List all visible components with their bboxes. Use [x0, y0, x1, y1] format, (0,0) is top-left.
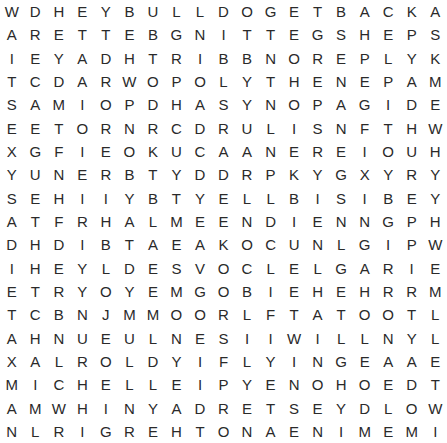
grid-cell-r16c12[interactable]: Y — [259, 350, 283, 373]
grid-cell-r7c3[interactable]: F — [47, 140, 71, 163]
grid-cell-r8c9[interactable]: D — [188, 163, 212, 186]
grid-cell-r6c16[interactable]: F — [353, 117, 377, 140]
grid-cell-r16c8[interactable]: Y — [165, 350, 189, 373]
grid-cell-r18c15[interactable]: Y — [329, 396, 353, 419]
grid-cell-r1c4[interactable]: E — [71, 0, 95, 23]
grid-cell-r17c5[interactable]: E — [94, 373, 118, 396]
grid-cell-r9c6[interactable]: Y — [118, 187, 142, 210]
grid-cell-r4c10[interactable]: L — [212, 70, 236, 93]
grid-cell-r4c14[interactable]: E — [306, 70, 330, 93]
grid-cell-r15c16[interactable]: L — [353, 326, 377, 349]
grid-cell-r19c3[interactable]: R — [47, 420, 71, 443]
grid-cell-r12c4[interactable]: Y — [71, 256, 95, 279]
grid-cell-r13c12[interactable]: I — [259, 280, 283, 303]
grid-cell-r5c11[interactable]: Y — [235, 93, 259, 116]
grid-cell-r14c12[interactable]: F — [259, 303, 283, 326]
grid-cell-r18c7[interactable]: Y — [141, 396, 165, 419]
grid-cell-r7c14[interactable]: R — [306, 140, 330, 163]
grid-cell-r17c1[interactable]: M — [0, 373, 24, 396]
grid-cell-r13c16[interactable]: H — [353, 280, 377, 303]
grid-cell-r1c1[interactable]: W — [0, 0, 24, 23]
grid-cell-r19c15[interactable]: I — [329, 420, 353, 443]
grid-cell-r8c14[interactable]: Y — [306, 163, 330, 186]
grid-cell-r9c4[interactable]: I — [71, 187, 95, 210]
grid-cell-r19c14[interactable]: N — [306, 420, 330, 443]
grid-cell-r1c15[interactable]: B — [329, 0, 353, 23]
grid-cell-r16c1[interactable]: X — [0, 350, 24, 373]
grid-cell-r13c14[interactable]: H — [306, 280, 330, 303]
grid-cell-r16c11[interactable]: L — [235, 350, 259, 373]
grid-cell-r2c7[interactable]: B — [141, 23, 165, 46]
grid-cell-r8c16[interactable]: X — [353, 163, 377, 186]
grid-cell-r5c1[interactable]: S — [0, 93, 24, 116]
grid-cell-r11c1[interactable]: D — [0, 233, 24, 256]
grid-cell-r9c14[interactable]: I — [306, 187, 330, 210]
grid-cell-r10c5[interactable]: H — [94, 210, 118, 233]
grid-cell-r5c6[interactable]: P — [118, 93, 142, 116]
grid-cell-r7c4[interactable]: I — [71, 140, 95, 163]
grid-cell-r3c6[interactable]: H — [118, 47, 142, 70]
grid-cell-r5c9[interactable]: A — [188, 93, 212, 116]
grid-cell-r8c6[interactable]: B — [118, 163, 142, 186]
grid-cell-r7c10[interactable]: A — [212, 140, 236, 163]
grid-cell-r2c18[interactable]: P — [400, 23, 424, 46]
grid-cell-r18c11[interactable]: E — [235, 396, 259, 419]
grid-cell-r1c3[interactable]: H — [47, 0, 71, 23]
grid-cell-r19c13[interactable]: E — [282, 420, 306, 443]
grid-cell-r11c14[interactable]: N — [306, 233, 330, 256]
grid-cell-r2c13[interactable]: E — [282, 23, 306, 46]
grid-cell-r6c9[interactable]: D — [188, 117, 212, 140]
grid-cell-r8c8[interactable]: Y — [165, 163, 189, 186]
grid-cell-r13c17[interactable]: R — [376, 280, 400, 303]
grid-cell-r10c17[interactable]: G — [376, 210, 400, 233]
grid-cell-r8c13[interactable]: K — [282, 163, 306, 186]
grid-cell-r14c2[interactable]: C — [24, 303, 48, 326]
grid-cell-r3c13[interactable]: O — [282, 47, 306, 70]
grid-cell-r4c9[interactable]: O — [188, 70, 212, 93]
grid-cell-r18c6[interactable]: N — [118, 396, 142, 419]
grid-cell-r9c7[interactable]: B — [141, 187, 165, 210]
grid-cell-r18c12[interactable]: T — [259, 396, 283, 419]
grid-cell-r12c9[interactable]: V — [188, 256, 212, 279]
grid-cell-r3c11[interactable]: B — [235, 47, 259, 70]
grid-cell-r11c5[interactable]: B — [94, 233, 118, 256]
grid-cell-r13c9[interactable]: G — [188, 280, 212, 303]
grid-cell-r6c10[interactable]: R — [212, 117, 236, 140]
grid-cell-r11c4[interactable]: I — [71, 233, 95, 256]
grid-cell-r11c18[interactable]: P — [400, 233, 424, 256]
grid-cell-r16c9[interactable]: I — [188, 350, 212, 373]
grid-cell-r19c16[interactable]: M — [353, 420, 377, 443]
grid-cell-r7c1[interactable]: X — [0, 140, 24, 163]
grid-cell-r8c19[interactable]: Y — [423, 163, 447, 186]
grid-cell-r18c16[interactable]: D — [353, 396, 377, 419]
grid-cell-r1c19[interactable]: A — [423, 0, 447, 23]
grid-cell-r14c5[interactable]: J — [94, 303, 118, 326]
grid-cell-r10c7[interactable]: L — [141, 210, 165, 233]
grid-cell-r7c19[interactable]: H — [423, 140, 447, 163]
grid-cell-r13c15[interactable]: E — [329, 280, 353, 303]
grid-cell-r3c12[interactable]: N — [259, 47, 283, 70]
grid-cell-r4c16[interactable]: E — [353, 70, 377, 93]
grid-cell-r1c13[interactable]: E — [282, 0, 306, 23]
grid-cell-r10c8[interactable]: M — [165, 210, 189, 233]
grid-cell-r14c16[interactable]: O — [353, 303, 377, 326]
grid-cell-r10c15[interactable]: N — [329, 210, 353, 233]
grid-cell-r17c7[interactable]: L — [141, 373, 165, 396]
grid-cell-r18c17[interactable]: L — [376, 396, 400, 419]
grid-cell-r10c3[interactable]: F — [47, 210, 71, 233]
grid-cell-r9c15[interactable]: S — [329, 187, 353, 210]
grid-cell-r9c10[interactable]: E — [212, 187, 236, 210]
grid-cell-r13c13[interactable]: E — [282, 280, 306, 303]
grid-cell-r17c15[interactable]: H — [329, 373, 353, 396]
grid-cell-r17c19[interactable]: T — [423, 373, 447, 396]
grid-cell-r15c7[interactable]: L — [141, 326, 165, 349]
grid-cell-r12c13[interactable]: E — [282, 256, 306, 279]
grid-cell-r17c17[interactable]: E — [376, 373, 400, 396]
grid-cell-r4c4[interactable]: A — [71, 70, 95, 93]
grid-cell-r12c16[interactable]: A — [353, 256, 377, 279]
grid-cell-r8c10[interactable]: D — [212, 163, 236, 186]
grid-cell-r12c12[interactable]: L — [259, 256, 283, 279]
grid-cell-r19c8[interactable]: H — [165, 420, 189, 443]
grid-cell-r17c14[interactable]: O — [306, 373, 330, 396]
grid-cell-r7c12[interactable]: N — [259, 140, 283, 163]
grid-cell-r15c12[interactable]: I — [259, 326, 283, 349]
grid-cell-r15c6[interactable]: U — [118, 326, 142, 349]
grid-cell-r2c2[interactable]: R — [24, 23, 48, 46]
grid-cell-r5c17[interactable]: I — [376, 93, 400, 116]
grid-cell-r18c2[interactable]: M — [24, 396, 48, 419]
grid-cell-r16c19[interactable]: E — [423, 350, 447, 373]
grid-cell-r4c13[interactable]: H — [282, 70, 306, 93]
grid-cell-r13c19[interactable]: M — [423, 280, 447, 303]
grid-cell-r2c16[interactable]: H — [353, 23, 377, 46]
grid-cell-r15c3[interactable]: N — [47, 326, 71, 349]
grid-cell-r9c11[interactable]: L — [235, 187, 259, 210]
grid-cell-r8c12[interactable]: P — [259, 163, 283, 186]
grid-cell-r2c3[interactable]: E — [47, 23, 71, 46]
grid-cell-r1c16[interactable]: A — [353, 0, 377, 23]
grid-cell-r7c8[interactable]: U — [165, 140, 189, 163]
grid-cell-r11c13[interactable]: U — [282, 233, 306, 256]
grid-cell-r6c7[interactable]: R — [141, 117, 165, 140]
grid-cell-r10c14[interactable]: E — [306, 210, 330, 233]
grid-cell-r8c1[interactable]: Y — [0, 163, 24, 186]
grid-cell-r3c15[interactable]: E — [329, 47, 353, 70]
grid-cell-r13c2[interactable]: T — [24, 280, 48, 303]
grid-cell-r8c15[interactable]: G — [329, 163, 353, 186]
grid-cell-r17c2[interactable]: I — [24, 373, 48, 396]
grid-cell-r3c4[interactable]: A — [71, 47, 95, 70]
grid-cell-r3c5[interactable]: D — [94, 47, 118, 70]
grid-cell-r11c16[interactable]: G — [353, 233, 377, 256]
grid-cell-r7c11[interactable]: A — [235, 140, 259, 163]
grid-cell-r5c14[interactable]: P — [306, 93, 330, 116]
grid-cell-r12c17[interactable]: R — [376, 256, 400, 279]
grid-cell-r17c8[interactable]: E — [165, 373, 189, 396]
grid-cell-r11c2[interactable]: H — [24, 233, 48, 256]
grid-cell-r1c8[interactable]: L — [165, 0, 189, 23]
grid-cell-r1c11[interactable]: O — [235, 0, 259, 23]
grid-cell-r11c11[interactable]: O — [235, 233, 259, 256]
grid-cell-r15c14[interactable]: I — [306, 326, 330, 349]
grid-cell-r14c13[interactable]: T — [282, 303, 306, 326]
grid-cell-r17c11[interactable]: Y — [235, 373, 259, 396]
grid-cell-r6c14[interactable]: S — [306, 117, 330, 140]
grid-cell-r9c2[interactable]: E — [24, 187, 48, 210]
grid-cell-r6c1[interactable]: E — [0, 117, 24, 140]
grid-cell-r1c7[interactable]: U — [141, 0, 165, 23]
grid-cell-r1c14[interactable]: T — [306, 0, 330, 23]
grid-cell-r6c17[interactable]: T — [376, 117, 400, 140]
grid-cell-r19c1[interactable]: N — [0, 420, 24, 443]
grid-cell-r13c5[interactable]: O — [94, 280, 118, 303]
grid-cell-r10c6[interactable]: A — [118, 210, 142, 233]
grid-cell-r15c5[interactable]: E — [94, 326, 118, 349]
grid-cell-r4c8[interactable]: P — [165, 70, 189, 93]
grid-cell-r18c19[interactable]: W — [423, 396, 447, 419]
grid-cell-r2c8[interactable]: G — [165, 23, 189, 46]
grid-cell-r9c3[interactable]: H — [47, 187, 71, 210]
grid-cell-r7c16[interactable]: I — [353, 140, 377, 163]
grid-cell-r12c2[interactable]: H — [24, 256, 48, 279]
grid-cell-r14c3[interactable]: B — [47, 303, 71, 326]
grid-cell-r16c17[interactable]: A — [376, 350, 400, 373]
grid-cell-r15c18[interactable]: Y — [400, 326, 424, 349]
grid-cell-r5c4[interactable]: I — [71, 93, 95, 116]
grid-cell-r15c1[interactable]: A — [0, 326, 24, 349]
grid-cell-r11c10[interactable]: K — [212, 233, 236, 256]
grid-cell-r5c8[interactable]: H — [165, 93, 189, 116]
grid-cell-r16c14[interactable]: N — [306, 350, 330, 373]
grid-cell-r9c17[interactable]: B — [376, 187, 400, 210]
grid-cell-r7c6[interactable]: O — [118, 140, 142, 163]
grid-cell-r13c18[interactable]: R — [400, 280, 424, 303]
grid-cell-r15c8[interactable]: N — [165, 326, 189, 349]
grid-cell-r3c7[interactable]: T — [141, 47, 165, 70]
grid-cell-r6c3[interactable]: T — [47, 117, 71, 140]
grid-cell-r2c12[interactable]: T — [259, 23, 283, 46]
grid-cell-r7c17[interactable]: O — [376, 140, 400, 163]
grid-cell-r10c18[interactable]: P — [400, 210, 424, 233]
grid-cell-r6c13[interactable]: I — [282, 117, 306, 140]
grid-cell-r4c15[interactable]: N — [329, 70, 353, 93]
grid-cell-r9c8[interactable]: T — [165, 187, 189, 210]
grid-cell-r10c16[interactable]: N — [353, 210, 377, 233]
grid-cell-r4c1[interactable]: T — [0, 70, 24, 93]
grid-cell-r13c1[interactable]: E — [0, 280, 24, 303]
grid-cell-r3c10[interactable]: B — [212, 47, 236, 70]
grid-cell-r3c2[interactable]: E — [24, 47, 48, 70]
grid-cell-r12c18[interactable]: I — [400, 256, 424, 279]
grid-cell-r18c5[interactable]: I — [94, 396, 118, 419]
grid-cell-r9c12[interactable]: L — [259, 187, 283, 210]
grid-cell-r12c6[interactable]: D — [118, 256, 142, 279]
grid-cell-r17c16[interactable]: O — [353, 373, 377, 396]
grid-cell-r16c13[interactable]: I — [282, 350, 306, 373]
grid-cell-r6c6[interactable]: N — [118, 117, 142, 140]
grid-cell-r17c3[interactable]: C — [47, 373, 71, 396]
grid-cell-r17c12[interactable]: E — [259, 373, 283, 396]
grid-cell-r10c10[interactable]: E — [212, 210, 236, 233]
grid-cell-r8c7[interactable]: T — [141, 163, 165, 186]
grid-cell-r3c18[interactable]: Y — [400, 47, 424, 70]
grid-cell-r14c4[interactable]: N — [71, 303, 95, 326]
grid-cell-r2c1[interactable]: A — [0, 23, 24, 46]
grid-cell-r6c2[interactable]: E — [24, 117, 48, 140]
grid-cell-r6c19[interactable]: W — [423, 117, 447, 140]
grid-cell-r13c3[interactable]: R — [47, 280, 71, 303]
grid-cell-r3c16[interactable]: P — [353, 47, 377, 70]
grid-cell-r15c4[interactable]: U — [71, 326, 95, 349]
grid-cell-r5c5[interactable]: O — [94, 93, 118, 116]
grid-cell-r4c5[interactable]: R — [94, 70, 118, 93]
grid-cell-r4c3[interactable]: D — [47, 70, 71, 93]
grid-cell-r13c10[interactable]: O — [212, 280, 236, 303]
grid-cell-r16c2[interactable]: A — [24, 350, 48, 373]
grid-cell-r2c19[interactable]: S — [423, 23, 447, 46]
grid-cell-r10c19[interactable]: H — [423, 210, 447, 233]
grid-cell-r1c18[interactable]: K — [400, 0, 424, 23]
grid-cell-r11c19[interactable]: W — [423, 233, 447, 256]
grid-cell-r1c2[interactable]: D — [24, 0, 48, 23]
grid-cell-r9c16[interactable]: I — [353, 187, 377, 210]
grid-cell-r19c4[interactable]: I — [71, 420, 95, 443]
grid-cell-r17c6[interactable]: L — [118, 373, 142, 396]
grid-cell-r12c19[interactable]: E — [423, 256, 447, 279]
grid-cell-r17c18[interactable]: D — [400, 373, 424, 396]
grid-cell-r1c17[interactable]: C — [376, 0, 400, 23]
grid-cell-r19c5[interactable]: G — [94, 420, 118, 443]
grid-cell-r7c18[interactable]: U — [400, 140, 424, 163]
grid-cell-r19c10[interactable]: O — [212, 420, 236, 443]
grid-cell-r5c13[interactable]: O — [282, 93, 306, 116]
grid-cell-r2c10[interactable]: I — [212, 23, 236, 46]
grid-cell-r16c6[interactable]: L — [118, 350, 142, 373]
grid-cell-r18c4[interactable]: H — [71, 396, 95, 419]
grid-cell-r16c7[interactable]: D — [141, 350, 165, 373]
grid-cell-r18c13[interactable]: S — [282, 396, 306, 419]
grid-cell-r14c9[interactable]: O — [188, 303, 212, 326]
grid-cell-r8c3[interactable]: N — [47, 163, 71, 186]
grid-cell-r14c1[interactable]: T — [0, 303, 24, 326]
grid-cell-r4c17[interactable]: P — [376, 70, 400, 93]
grid-cell-r7c5[interactable]: E — [94, 140, 118, 163]
grid-cell-r15c15[interactable]: L — [329, 326, 353, 349]
grid-cell-r8c4[interactable]: E — [71, 163, 95, 186]
grid-cell-r1c10[interactable]: D — [212, 0, 236, 23]
grid-cell-r19c11[interactable]: N — [235, 420, 259, 443]
grid-cell-r14c11[interactable]: L — [235, 303, 259, 326]
grid-cell-r2c14[interactable]: G — [306, 23, 330, 46]
grid-cell-r11c7[interactable]: A — [141, 233, 165, 256]
grid-cell-r18c3[interactable]: W — [47, 396, 71, 419]
grid-cell-r8c18[interactable]: R — [400, 163, 424, 186]
grid-cell-r6c11[interactable]: U — [235, 117, 259, 140]
grid-cell-r12c10[interactable]: O — [212, 256, 236, 279]
grid-cell-r11c17[interactable]: I — [376, 233, 400, 256]
grid-cell-r6c18[interactable]: H — [400, 117, 424, 140]
grid-cell-r12c11[interactable]: C — [235, 256, 259, 279]
grid-cell-r7c13[interactable]: E — [282, 140, 306, 163]
grid-cell-r9c13[interactable]: B — [282, 187, 306, 210]
grid-cell-r15c10[interactable]: S — [212, 326, 236, 349]
grid-cell-r6c12[interactable]: L — [259, 117, 283, 140]
grid-cell-r14c18[interactable]: T — [400, 303, 424, 326]
grid-cell-r5c3[interactable]: M — [47, 93, 71, 116]
grid-cell-r7c7[interactable]: K — [141, 140, 165, 163]
grid-cell-r9c9[interactable]: Y — [188, 187, 212, 210]
grid-cell-r15c17[interactable]: N — [376, 326, 400, 349]
grid-cell-r10c4[interactable]: R — [71, 210, 95, 233]
grid-cell-r5c16[interactable]: G — [353, 93, 377, 116]
grid-cell-r11c3[interactable]: D — [47, 233, 71, 256]
grid-cell-r12c7[interactable]: E — [141, 256, 165, 279]
grid-cell-r4c12[interactable]: T — [259, 70, 283, 93]
grid-cell-r14c15[interactable]: T — [329, 303, 353, 326]
grid-cell-r10c1[interactable]: A — [0, 210, 24, 233]
grid-cell-r6c4[interactable]: O — [71, 117, 95, 140]
grid-cell-r6c5[interactable]: R — [94, 117, 118, 140]
grid-cell-r10c2[interactable]: T — [24, 210, 48, 233]
grid-cell-r1c9[interactable]: L — [188, 0, 212, 23]
grid-cell-r1c6[interactable]: B — [118, 0, 142, 23]
grid-cell-r17c4[interactable]: H — [71, 373, 95, 396]
grid-cell-r16c16[interactable]: E — [353, 350, 377, 373]
grid-cell-r4c11[interactable]: Y — [235, 70, 259, 93]
grid-cell-r17c9[interactable]: I — [188, 373, 212, 396]
grid-cell-r7c15[interactable]: E — [329, 140, 353, 163]
grid-cell-r6c15[interactable]: N — [329, 117, 353, 140]
grid-cell-r13c8[interactable]: M — [165, 280, 189, 303]
grid-cell-r5c18[interactable]: D — [400, 93, 424, 116]
grid-cell-r2c15[interactable]: S — [329, 23, 353, 46]
grid-cell-r18c1[interactable]: A — [0, 396, 24, 419]
grid-cell-r16c15[interactable]: G — [329, 350, 353, 373]
grid-cell-r2c11[interactable]: T — [235, 23, 259, 46]
grid-cell-r3c3[interactable]: Y — [47, 47, 71, 70]
grid-cell-r10c12[interactable]: D — [259, 210, 283, 233]
grid-cell-r11c6[interactable]: T — [118, 233, 142, 256]
grid-cell-r8c11[interactable]: R — [235, 163, 259, 186]
grid-cell-r3c14[interactable]: R — [306, 47, 330, 70]
grid-cell-r15c9[interactable]: E — [188, 326, 212, 349]
grid-cell-r4c18[interactable]: A — [400, 70, 424, 93]
grid-cell-r11c12[interactable]: C — [259, 233, 283, 256]
grid-cell-r7c2[interactable]: G — [24, 140, 48, 163]
grid-cell-r19c19[interactable]: I — [423, 420, 447, 443]
grid-cell-r19c7[interactable]: E — [141, 420, 165, 443]
grid-cell-r11c9[interactable]: A — [188, 233, 212, 256]
grid-cell-r6c8[interactable]: C — [165, 117, 189, 140]
grid-cell-r9c1[interactable]: S — [0, 187, 24, 210]
grid-cell-r18c9[interactable]: D — [188, 396, 212, 419]
grid-cell-r2c6[interactable]: E — [118, 23, 142, 46]
grid-cell-r12c3[interactable]: E — [47, 256, 71, 279]
grid-cell-r15c19[interactable]: L — [423, 326, 447, 349]
grid-cell-r1c12[interactable]: G — [259, 0, 283, 23]
grid-cell-r19c9[interactable]: T — [188, 420, 212, 443]
grid-cell-r8c5[interactable]: R — [94, 163, 118, 186]
grid-cell-r3c19[interactable]: K — [423, 47, 447, 70]
grid-cell-r2c17[interactable]: E — [376, 23, 400, 46]
grid-cell-r4c7[interactable]: O — [141, 70, 165, 93]
grid-cell-r19c17[interactable]: E — [376, 420, 400, 443]
grid-cell-r16c4[interactable]: R — [71, 350, 95, 373]
